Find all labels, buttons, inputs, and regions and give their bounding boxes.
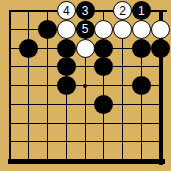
grid-line-horizontal [10,141,161,142]
move-number-label: 2 [119,5,126,17]
black-stone [132,39,151,58]
grid-line-horizontal [8,159,165,164]
white-stone [132,20,151,39]
white-stone: 2 [113,1,132,20]
black-stone [94,39,113,58]
black-stone [94,95,113,114]
black-stone [19,39,38,58]
move-number-label: 1 [138,5,145,17]
grid-line-horizontal [10,123,161,124]
black-stone [151,39,170,58]
white-stone [94,20,113,39]
star-point [83,84,87,88]
black-stone: 3 [76,1,95,20]
white-stone [151,20,170,39]
move-number-label: 4 [63,5,70,17]
white-stone: 4 [57,1,76,20]
go-board[interactable]: 43215 [0,0,171,171]
black-stone [132,76,151,95]
grid-line-horizontal [10,66,161,67]
black-stone: 1 [132,1,151,20]
grid-line-horizontal [10,104,161,105]
black-stone [94,57,113,76]
white-stone [76,39,95,58]
black-stone [57,57,76,76]
black-stone: 5 [76,20,95,39]
black-stone [57,76,76,95]
move-number-label: 5 [82,23,89,35]
move-number-label: 3 [82,5,89,17]
white-stone [113,20,132,39]
black-stone [57,39,76,58]
white-stone [57,20,76,39]
black-stone [38,20,57,39]
